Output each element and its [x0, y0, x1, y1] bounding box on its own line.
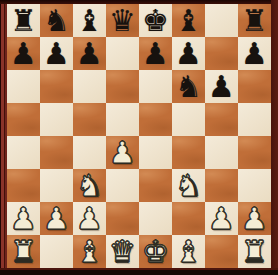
piece-white-pawn[interactable]: ♟	[73, 202, 106, 235]
chess-diagram: ♜♞♝♛♚♝♜♟♟♟♟♟♟♞♟♟♞♞♟♟♟♟♟♜♝♛♚♝♜	[0, 0, 278, 275]
square-c7[interactable]: ♟	[73, 37, 106, 70]
piece-black-pawn[interactable]: ♟	[139, 37, 172, 70]
piece-black-knight[interactable]: ♞	[172, 70, 205, 103]
piece-black-rook[interactable]: ♜	[7, 4, 40, 37]
piece-black-knight[interactable]: ♞	[40, 4, 73, 37]
piece-black-pawn[interactable]: ♟	[40, 37, 73, 70]
piece-black-pawn[interactable]: ♟	[205, 70, 238, 103]
square-d7[interactable]	[106, 37, 139, 70]
square-d6[interactable]	[106, 70, 139, 103]
square-a6[interactable]	[7, 70, 40, 103]
piece-black-bishop[interactable]: ♝	[73, 4, 106, 37]
square-e3[interactable]	[139, 169, 172, 202]
square-c2[interactable]: ♟	[73, 202, 106, 235]
square-d4[interactable]: ♟	[106, 136, 139, 169]
square-c3[interactable]: ♞	[73, 169, 106, 202]
square-f3[interactable]: ♞	[172, 169, 205, 202]
piece-white-knight[interactable]: ♞	[172, 169, 205, 202]
square-g5[interactable]	[205, 103, 238, 136]
square-a4[interactable]	[7, 136, 40, 169]
piece-white-rook[interactable]: ♜	[238, 235, 271, 268]
square-d8[interactable]: ♛	[106, 4, 139, 37]
piece-white-knight[interactable]: ♞	[73, 169, 106, 202]
board-frame-right	[271, 0, 278, 275]
square-e6[interactable]	[139, 70, 172, 103]
square-f6[interactable]: ♞	[172, 70, 205, 103]
square-g2[interactable]: ♟	[205, 202, 238, 235]
square-h7[interactable]: ♟	[238, 37, 271, 70]
square-e8[interactable]: ♚	[139, 4, 172, 37]
square-a8[interactable]: ♜	[7, 4, 40, 37]
square-a3[interactable]	[7, 169, 40, 202]
piece-black-pawn[interactable]: ♟	[172, 37, 205, 70]
square-f8[interactable]: ♝	[172, 4, 205, 37]
piece-black-queen[interactable]: ♛	[106, 4, 139, 37]
square-h8[interactable]: ♜	[238, 4, 271, 37]
square-a1[interactable]: ♜	[7, 235, 40, 268]
square-b4[interactable]	[40, 136, 73, 169]
square-b7[interactable]: ♟	[40, 37, 73, 70]
square-e4[interactable]	[139, 136, 172, 169]
square-g4[interactable]	[205, 136, 238, 169]
square-b6[interactable]	[40, 70, 73, 103]
piece-white-rook[interactable]: ♜	[7, 235, 40, 268]
square-g6[interactable]: ♟	[205, 70, 238, 103]
piece-white-bishop[interactable]: ♝	[73, 235, 106, 268]
square-f4[interactable]	[172, 136, 205, 169]
square-g7[interactable]	[205, 37, 238, 70]
piece-white-queen[interactable]: ♛	[106, 235, 139, 268]
square-d2[interactable]	[106, 202, 139, 235]
square-h4[interactable]	[238, 136, 271, 169]
square-f5[interactable]	[172, 103, 205, 136]
square-f1[interactable]: ♝	[172, 235, 205, 268]
square-d3[interactable]	[106, 169, 139, 202]
board-frame-left	[0, 0, 7, 275]
square-b1[interactable]	[40, 235, 73, 268]
square-c4[interactable]	[73, 136, 106, 169]
board-frame-top	[0, 0, 278, 4]
piece-white-pawn[interactable]: ♟	[205, 202, 238, 235]
piece-white-pawn[interactable]: ♟	[106, 136, 139, 169]
square-c8[interactable]: ♝	[73, 4, 106, 37]
square-b5[interactable]	[40, 103, 73, 136]
square-h1[interactable]: ♜	[238, 235, 271, 268]
square-b2[interactable]: ♟	[40, 202, 73, 235]
piece-black-rook[interactable]: ♜	[238, 4, 271, 37]
square-h5[interactable]	[238, 103, 271, 136]
square-b3[interactable]	[40, 169, 73, 202]
square-b8[interactable]: ♞	[40, 4, 73, 37]
square-e5[interactable]	[139, 103, 172, 136]
piece-black-pawn[interactable]: ♟	[73, 37, 106, 70]
piece-white-king[interactable]: ♚	[139, 235, 172, 268]
square-f2[interactable]	[172, 202, 205, 235]
square-e2[interactable]	[139, 202, 172, 235]
square-d5[interactable]	[106, 103, 139, 136]
square-g8[interactable]	[205, 4, 238, 37]
square-a7[interactable]: ♟	[7, 37, 40, 70]
piece-white-pawn[interactable]: ♟	[238, 202, 271, 235]
square-a2[interactable]: ♟	[7, 202, 40, 235]
square-c6[interactable]	[73, 70, 106, 103]
piece-white-pawn[interactable]: ♟	[40, 202, 73, 235]
piece-white-pawn[interactable]: ♟	[7, 202, 40, 235]
square-h2[interactable]: ♟	[238, 202, 271, 235]
square-e7[interactable]: ♟	[139, 37, 172, 70]
chess-board: ♜♞♝♛♚♝♜♟♟♟♟♟♟♞♟♟♞♞♟♟♟♟♟♜♝♛♚♝♜	[7, 4, 271, 268]
square-e1[interactable]: ♚	[139, 235, 172, 268]
square-h6[interactable]	[238, 70, 271, 103]
piece-black-pawn[interactable]: ♟	[238, 37, 271, 70]
square-f7[interactable]: ♟	[172, 37, 205, 70]
square-h3[interactable]	[238, 169, 271, 202]
piece-white-bishop[interactable]: ♝	[172, 235, 205, 268]
square-d1[interactable]: ♛	[106, 235, 139, 268]
square-a5[interactable]	[7, 103, 40, 136]
piece-black-bishop[interactable]: ♝	[172, 4, 205, 37]
board-frame-bottom	[0, 268, 278, 275]
square-c1[interactable]: ♝	[73, 235, 106, 268]
piece-black-king[interactable]: ♚	[139, 4, 172, 37]
piece-black-pawn[interactable]: ♟	[7, 37, 40, 70]
square-g1[interactable]	[205, 235, 238, 268]
square-g3[interactable]	[205, 169, 238, 202]
square-c5[interactable]	[73, 103, 106, 136]
